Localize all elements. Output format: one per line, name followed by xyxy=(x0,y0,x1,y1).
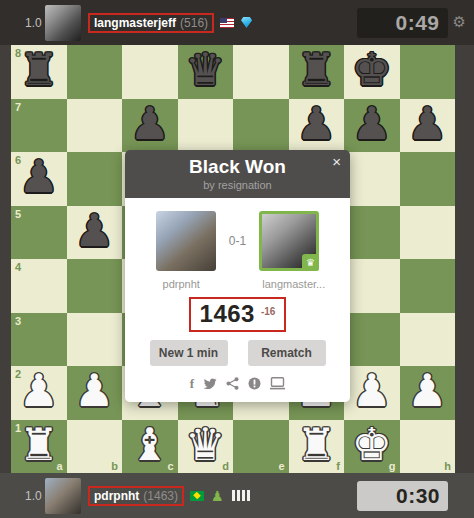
square-g5[interactable] xyxy=(344,206,400,260)
white-rook[interactable]: ♜ xyxy=(296,422,336,467)
square-h4[interactable] xyxy=(400,259,456,313)
rank-label: 3 xyxy=(15,315,21,327)
square-c1[interactable]: c♝ xyxy=(122,420,178,474)
square-b7[interactable] xyxy=(67,99,123,153)
twitter-icon[interactable] xyxy=(203,378,217,390)
file-label: h xyxy=(444,460,451,472)
square-a1[interactable]: 1a♜ xyxy=(11,420,67,474)
square-b5[interactable]: ♟ xyxy=(67,206,123,260)
square-b3[interactable] xyxy=(67,313,123,367)
black-pawn[interactable]: ♟ xyxy=(352,101,392,146)
square-h7[interactable]: ♟ xyxy=(400,99,456,153)
dialog-left-avatar[interactable] xyxy=(156,211,216,271)
chess-app-window: 1.0 langmasterjeff (516) 0:49 ⚙ 8♜♛♜♚7♟♟… xyxy=(0,0,474,518)
rank-label: 4 xyxy=(15,261,21,273)
dialog-header: Black Won by resignation × xyxy=(125,150,350,198)
square-g8[interactable]: ♚ xyxy=(344,45,400,99)
square-d8[interactable]: ♛ xyxy=(178,45,234,99)
white-rook[interactable]: ♜ xyxy=(19,422,59,467)
black-rook[interactable]: ♜ xyxy=(19,47,59,92)
square-a5[interactable]: 5 xyxy=(11,206,67,260)
square-d1[interactable]: d♛ xyxy=(178,420,234,474)
dialog-title: Black Won xyxy=(125,156,350,178)
computer-icon[interactable] xyxy=(270,377,285,390)
dialog-body: 0-1 ♛ pdrpnht langmaster... 1463 -16 xyxy=(125,198,350,402)
rank-label: 7 xyxy=(15,101,21,113)
rematch-button[interactable]: Rematch xyxy=(248,340,326,366)
black-pawn[interactable]: ♟ xyxy=(130,101,170,146)
us-flag-icon xyxy=(220,18,234,28)
black-pawn[interactable]: ♟ xyxy=(74,208,114,253)
square-b4[interactable] xyxy=(67,259,123,313)
square-h8[interactable] xyxy=(400,45,456,99)
bottom-player-name[interactable]: pdrpnht xyxy=(94,489,139,503)
square-f8[interactable]: ♜ xyxy=(289,45,345,99)
rating-row: 1463 -16 xyxy=(125,297,350,332)
file-label: f xyxy=(336,460,340,472)
board-area: 8♜♛♜♚7♟♟♟♟6♟5♟432♟♟♝♞♟♟♟1a♜bc♝d♛ef♜g♚h B… xyxy=(0,45,474,473)
top-player-annotation-box: langmasterjeff (516) xyxy=(88,13,214,33)
black-pawn[interactable]: ♟ xyxy=(407,101,447,146)
dialog-right-player-name[interactable]: langmaster... xyxy=(238,278,351,290)
rank-label: 5 xyxy=(15,208,21,220)
square-e8[interactable] xyxy=(233,45,289,99)
diamond-membership-icon xyxy=(241,17,252,28)
black-king[interactable]: ♚ xyxy=(352,47,392,92)
brazil-flag-icon xyxy=(190,491,204,501)
top-player-rating: (516) xyxy=(180,16,208,30)
game-over-dialog: Black Won by resignation × 0-1 ♛ pdrpnht… xyxy=(125,150,350,402)
connection-signal-icon xyxy=(232,490,250,501)
square-b6[interactable] xyxy=(67,152,123,206)
square-h1[interactable]: h xyxy=(400,420,456,474)
social-share-row: f xyxy=(125,377,350,390)
winner-crown-badge: ♛ xyxy=(302,254,319,271)
bottom-player-score: 1.0 xyxy=(25,489,45,503)
dialog-player-names: pdrpnht langmaster... xyxy=(125,278,350,290)
white-pawn[interactable]: ♟ xyxy=(19,368,59,413)
green-pawn-icon: ♟ xyxy=(211,489,224,503)
dialog-left-player-name[interactable]: pdrpnht xyxy=(125,278,238,290)
square-c7[interactable]: ♟ xyxy=(122,99,178,153)
black-pawn[interactable]: ♟ xyxy=(296,101,336,146)
square-h5[interactable] xyxy=(400,206,456,260)
square-b2[interactable]: ♟ xyxy=(67,366,123,420)
gear-icon[interactable]: ⚙ xyxy=(453,15,466,30)
new-game-button[interactable]: New 1 min xyxy=(150,340,228,366)
top-player-score: 1.0 xyxy=(25,16,45,30)
top-player-clock: 0:49 xyxy=(357,8,448,38)
square-c8[interactable] xyxy=(122,45,178,99)
bottom-player-clock: 0:30 xyxy=(357,481,448,511)
dialog-right-avatar[interactable]: ♛ xyxy=(259,211,319,271)
rating-annotation-box: 1463 -16 xyxy=(189,297,287,332)
square-g3[interactable] xyxy=(344,313,400,367)
top-player-bar: 1.0 langmasterjeff (516) 0:49 ⚙ xyxy=(0,0,474,45)
square-g1[interactable]: g♚ xyxy=(344,420,400,474)
square-a6[interactable]: 6♟ xyxy=(11,152,67,206)
white-bishop[interactable]: ♝ xyxy=(130,422,170,467)
white-pawn[interactable]: ♟ xyxy=(407,368,447,413)
top-player-avatar[interactable] xyxy=(45,5,81,41)
white-queen[interactable]: ♛ xyxy=(185,422,225,467)
rating-change: -16 xyxy=(261,306,275,317)
square-b8[interactable] xyxy=(67,45,123,99)
square-b1[interactable]: b xyxy=(67,420,123,474)
square-g2[interactable]: ♟ xyxy=(344,366,400,420)
square-f7[interactable]: ♟ xyxy=(289,99,345,153)
square-h6[interactable] xyxy=(400,152,456,206)
square-e1[interactable]: e xyxy=(233,420,289,474)
square-g4[interactable] xyxy=(344,259,400,313)
square-a2[interactable]: 2♟ xyxy=(11,366,67,420)
square-e7[interactable] xyxy=(233,99,289,153)
square-a8[interactable]: 8♜ xyxy=(11,45,67,99)
black-pawn[interactable]: ♟ xyxy=(19,154,59,199)
file-label: b xyxy=(111,460,118,472)
close-icon[interactable]: × xyxy=(332,154,341,169)
dialog-score: 0-1 xyxy=(216,234,259,248)
new-rating-value: 1463 xyxy=(200,300,255,328)
black-queen[interactable]: ♛ xyxy=(185,47,225,92)
file-label: e xyxy=(278,460,284,472)
bottom-player-annotation-box: pdrpnht (1463) xyxy=(88,486,184,506)
dialog-subtitle: by resignation xyxy=(125,179,350,191)
dialog-buttons: New 1 min Rematch xyxy=(125,340,350,366)
square-h3[interactable] xyxy=(400,313,456,367)
square-g6[interactable] xyxy=(344,152,400,206)
versus-row: 0-1 ♛ xyxy=(125,211,350,271)
bottom-player-bar: 1.0 pdrpnht (1463) ♟ 0:30 xyxy=(0,473,474,518)
share-icon[interactable] xyxy=(226,377,239,390)
square-f1[interactable]: f♜ xyxy=(289,420,345,474)
bottom-player-avatar[interactable] xyxy=(45,478,81,514)
square-a7[interactable]: 7 xyxy=(11,99,67,153)
white-pawn[interactable]: ♟ xyxy=(74,368,114,413)
square-a4[interactable]: 4 xyxy=(11,259,67,313)
square-a3[interactable]: 3 xyxy=(11,313,67,367)
square-g7[interactable]: ♟ xyxy=(344,99,400,153)
top-player-name[interactable]: langmasterjeff xyxy=(94,16,176,30)
bottom-player-rating: (1463) xyxy=(143,489,178,503)
facebook-icon[interactable]: f xyxy=(190,377,194,390)
white-king[interactable]: ♚ xyxy=(352,422,392,467)
black-rook[interactable]: ♜ xyxy=(296,47,336,92)
white-pawn[interactable]: ♟ xyxy=(352,368,392,413)
square-h2[interactable]: ♟ xyxy=(400,366,456,420)
info-icon[interactable] xyxy=(248,377,261,390)
square-d7[interactable] xyxy=(178,99,234,153)
